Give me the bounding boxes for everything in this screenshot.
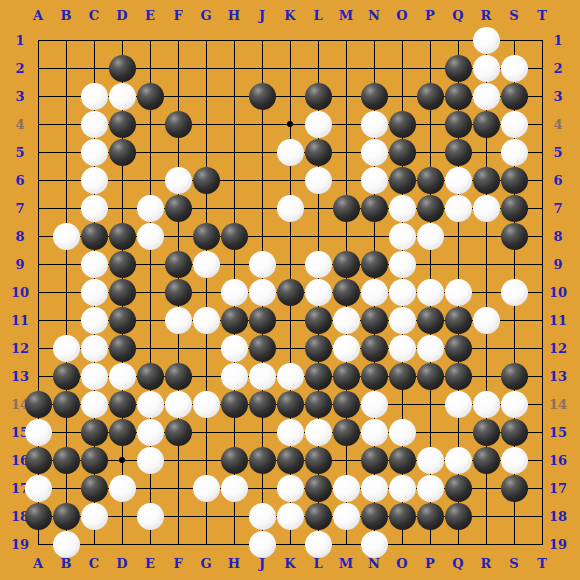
col-label-bottom: G [200,556,211,571]
stone-black [165,279,192,306]
stone-white [277,363,304,390]
stone-black [333,419,360,446]
stone-white [221,475,248,502]
stone-white [277,419,304,446]
stone-black [137,363,164,390]
stone-black [333,391,360,418]
stone-black [473,167,500,194]
stone-black [137,83,164,110]
col-label-top: L [313,8,322,23]
star-point [287,121,293,127]
stone-black [333,195,360,222]
stone-black [109,111,136,138]
stone-black [165,195,192,222]
stone-white [25,419,52,446]
stone-black [249,447,276,474]
stone-white [417,335,444,362]
stone-black [221,223,248,250]
stone-black [109,55,136,82]
stone-white [305,111,332,138]
stone-white [249,251,276,278]
stone-white [361,167,388,194]
stone-white [137,391,164,418]
stone-white [109,363,136,390]
row-label-right: 4 [553,117,562,132]
stone-white [473,307,500,334]
stone-black [417,195,444,222]
stone-white [417,223,444,250]
stone-black [445,55,472,82]
stone-white [445,167,472,194]
stone-white [473,83,500,110]
stone-white [389,223,416,250]
stone-black [109,279,136,306]
stone-white [165,167,192,194]
col-label-bottom: N [368,556,380,571]
stone-white [361,111,388,138]
stone-black [81,419,108,446]
stone-white [501,139,528,166]
col-label-bottom: J [259,556,265,571]
stone-white [193,391,220,418]
stone-black [109,335,136,362]
stone-black [501,167,528,194]
stone-white [361,139,388,166]
row-label-left: 1 [15,33,24,48]
stone-white [305,251,332,278]
stone-white [53,335,80,362]
stone-white [109,83,136,110]
stone-black [53,447,80,474]
stone-white [81,167,108,194]
col-label-top: A [33,8,43,23]
stone-black [417,307,444,334]
stone-white [389,335,416,362]
stone-black [445,363,472,390]
stone-white [473,55,500,82]
stone-white [81,503,108,530]
stone-white [389,419,416,446]
stone-white [473,27,500,54]
stone-white [277,139,304,166]
row-label-right: 10 [549,285,567,300]
row-label-right: 11 [549,313,567,328]
stone-white [137,447,164,474]
row-label-right: 18 [549,509,567,524]
row-label-left: 12 [11,341,29,356]
stone-black [221,391,248,418]
stone-white [137,503,164,530]
stone-white [249,531,276,558]
stone-black [361,307,388,334]
col-label-bottom: A [33,556,43,571]
row-label-left: 2 [15,61,24,76]
stone-black [445,307,472,334]
stone-black [305,475,332,502]
col-label-top: E [145,8,155,23]
stone-white [417,447,444,474]
stone-black [25,503,52,530]
col-label-top: S [509,8,518,23]
stone-white [389,251,416,278]
col-label-top: N [368,8,380,23]
row-label-left: 9 [15,257,24,272]
stone-white [305,279,332,306]
col-label-bottom: F [173,556,182,571]
stone-white [333,307,360,334]
stone-white [81,111,108,138]
stone-white [53,531,80,558]
stone-white [445,195,472,222]
col-label-top: P [425,8,435,23]
stone-white [81,391,108,418]
row-label-right: 6 [553,173,562,188]
row-label-right: 2 [553,61,562,76]
stone-white [249,279,276,306]
col-label-top: J [259,8,265,23]
stone-white [445,279,472,306]
row-label-right: 16 [549,453,567,468]
stone-black [109,307,136,334]
col-label-bottom: H [228,556,240,571]
row-label-left: 11 [11,313,29,328]
row-label-right: 3 [553,89,562,104]
row-label-right: 8 [553,229,562,244]
col-label-bottom: L [313,556,322,571]
stone-white [361,279,388,306]
row-label-right: 14 [549,397,567,412]
stone-black [473,419,500,446]
col-label-top: T [537,8,547,23]
stone-black [165,251,192,278]
col-label-bottom: P [425,556,435,571]
col-label-bottom: C [89,556,99,571]
col-label-bottom: Q [452,556,463,571]
stone-black [473,447,500,474]
row-label-right: 5 [553,145,562,160]
stone-white [221,279,248,306]
col-label-bottom: E [145,556,155,571]
stone-white [361,391,388,418]
stone-white [361,531,388,558]
stone-black [305,503,332,530]
stone-black [333,251,360,278]
col-label-top: H [228,8,240,23]
stone-black [445,335,472,362]
stone-black [305,139,332,166]
stone-black [445,83,472,110]
col-label-top: C [89,8,99,23]
stone-white [53,223,80,250]
stone-white [81,335,108,362]
stone-white [249,503,276,530]
stone-white [81,363,108,390]
stone-white [25,475,52,502]
col-label-bottom: S [509,556,518,571]
col-label-bottom: T [537,556,547,571]
stone-black [221,307,248,334]
stone-white [81,307,108,334]
stone-black [389,503,416,530]
row-label-left: 3 [15,89,24,104]
col-label-top: B [61,8,72,23]
stone-white [305,419,332,446]
stone-white [501,111,528,138]
row-label-right: 9 [553,257,562,272]
stone-black [165,363,192,390]
stone-black [109,419,136,446]
stone-black [81,475,108,502]
stone-black [389,363,416,390]
stone-black [193,223,220,250]
stone-white [221,363,248,390]
stone-white [81,83,108,110]
stone-white [137,223,164,250]
col-label-top: F [173,8,182,23]
go-board[interactable]: AABBCCDDEEFFGGHHJJKKLLMMNNOOPPQQRRSSTT11… [0,0,580,580]
stone-white [389,195,416,222]
stone-black [249,335,276,362]
col-label-top: Q [452,8,463,23]
stone-black [25,391,52,418]
stone-white [389,307,416,334]
stone-black [417,363,444,390]
col-label-top: K [284,8,295,23]
stone-black [445,111,472,138]
stone-white [109,475,136,502]
stone-white [277,195,304,222]
stone-black [25,447,52,474]
stone-black [417,167,444,194]
stone-black [81,223,108,250]
row-label-right: 1 [553,33,562,48]
stone-black [249,391,276,418]
row-label-right: 13 [549,369,567,384]
row-label-right: 15 [549,425,567,440]
stone-black [389,111,416,138]
col-label-bottom: M [339,556,353,571]
stone-black [81,447,108,474]
stone-white [501,55,528,82]
col-label-bottom: R [481,556,492,571]
stone-white [333,335,360,362]
stone-black [501,223,528,250]
col-label-top: D [116,8,127,23]
stone-black [389,167,416,194]
stone-white [305,167,332,194]
stone-black [361,83,388,110]
stone-white [165,391,192,418]
stone-black [333,279,360,306]
row-label-right: 17 [549,481,567,496]
stone-white [137,195,164,222]
stone-black [305,363,332,390]
stone-white [417,475,444,502]
stone-white [445,447,472,474]
stone-white [277,475,304,502]
row-label-left: 10 [11,285,29,300]
stone-black [501,475,528,502]
stone-black [361,363,388,390]
col-label-bottom: B [61,556,72,571]
stone-white [473,391,500,418]
stone-white [81,139,108,166]
stone-white [193,251,220,278]
stone-white [193,307,220,334]
stone-black [361,447,388,474]
stone-black [361,251,388,278]
col-label-bottom: O [396,556,407,571]
stone-black [417,503,444,530]
stone-black [445,139,472,166]
stone-black [305,447,332,474]
stone-black [109,223,136,250]
stone-black [361,195,388,222]
stone-black [109,139,136,166]
col-label-bottom: K [284,556,295,571]
col-label-top: R [481,8,492,23]
v-grid-line [542,40,543,545]
stone-black [445,503,472,530]
stone-black [389,447,416,474]
stone-white [501,447,528,474]
stone-white [165,307,192,334]
stone-black [165,419,192,446]
row-label-left: 13 [11,369,29,384]
stone-black [305,307,332,334]
stone-white [81,195,108,222]
stone-white [137,419,164,446]
stone-black [53,391,80,418]
col-label-top: M [339,8,353,23]
col-label-bottom: D [116,556,127,571]
stone-black [389,139,416,166]
stone-black [417,83,444,110]
stone-black [109,251,136,278]
row-label-right: 7 [553,201,562,216]
stone-black [277,447,304,474]
stone-white [361,475,388,502]
col-label-top: G [200,8,211,23]
row-label-left: 8 [15,229,24,244]
stone-black [305,83,332,110]
stone-black [277,391,304,418]
stone-white [445,391,472,418]
stone-black [501,363,528,390]
stone-white [389,279,416,306]
stone-white [389,475,416,502]
stone-white [333,475,360,502]
row-label-right: 19 [549,537,567,552]
row-label-left: 6 [15,173,24,188]
row-label-right: 12 [549,341,567,356]
stone-black [473,111,500,138]
stone-black [277,279,304,306]
row-label-left: 7 [15,201,24,216]
stone-black [305,335,332,362]
stone-black [249,83,276,110]
stone-black [333,363,360,390]
stone-white [501,279,528,306]
stone-black [221,447,248,474]
stone-white [361,419,388,446]
stone-white [249,363,276,390]
stone-black [501,195,528,222]
stone-white [81,251,108,278]
col-label-top: O [396,8,407,23]
stone-black [361,335,388,362]
stone-black [53,363,80,390]
stone-white [305,531,332,558]
stone-white [277,503,304,530]
stone-black [249,307,276,334]
stone-white [193,475,220,502]
stone-white [473,195,500,222]
stone-black [53,503,80,530]
stone-black [501,419,528,446]
stone-white [221,335,248,362]
stone-white [81,279,108,306]
h-grid-line [38,544,543,545]
stone-white [333,503,360,530]
row-label-left: 19 [11,537,29,552]
stone-black [193,167,220,194]
stone-black [109,391,136,418]
stone-black [361,503,388,530]
stone-black [165,111,192,138]
star-point [119,457,125,463]
stone-black [445,475,472,502]
stone-black [501,83,528,110]
row-label-left: 5 [15,145,24,160]
stone-white [417,279,444,306]
stone-white [501,391,528,418]
stone-black [305,391,332,418]
row-label-left: 4 [15,117,24,132]
